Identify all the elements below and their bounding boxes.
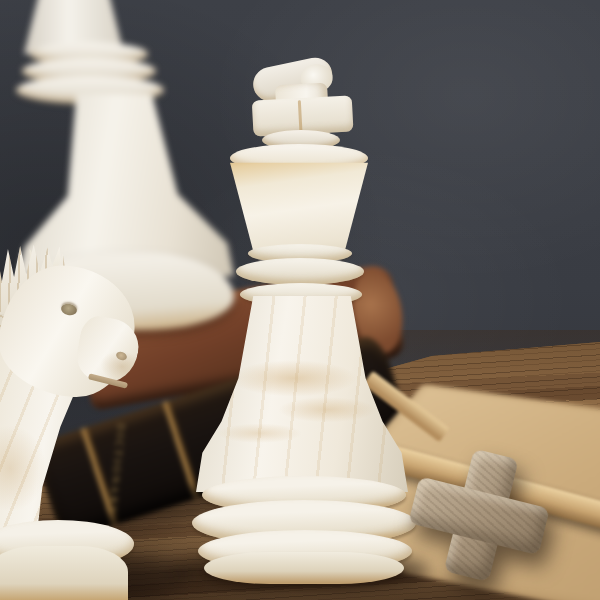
photo-stage: DICTIONARY xyxy=(0,0,600,600)
white-knight-piece xyxy=(0,0,600,600)
knight-base-pad xyxy=(0,546,128,600)
